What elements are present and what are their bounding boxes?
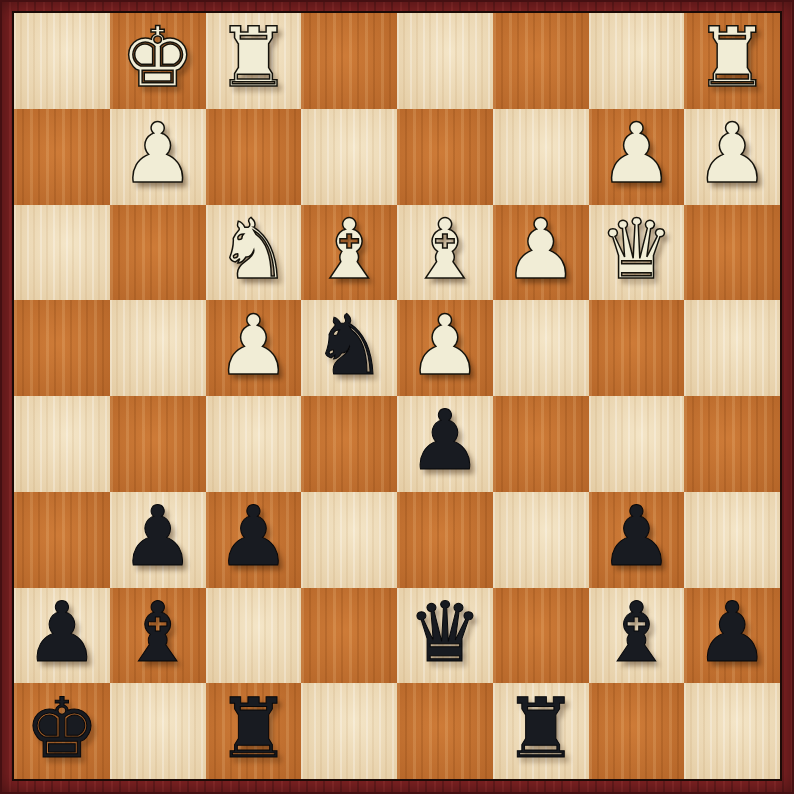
white-pawn[interactable]: ♟ — [120, 112, 194, 195]
square-c3[interactable]: ♟ — [493, 205, 589, 301]
square-f8[interactable]: ♜ — [206, 683, 302, 779]
black-bishop[interactable]: ♝ — [120, 591, 194, 674]
black-rook[interactable]: ♜ — [216, 687, 290, 770]
white-bishop[interactable]: ♝ — [312, 208, 386, 291]
square-c6[interactable] — [493, 492, 589, 588]
square-a5[interactable] — [684, 396, 780, 492]
square-b7[interactable]: ♝ — [589, 588, 685, 684]
square-a8[interactable] — [684, 683, 780, 779]
square-a6[interactable] — [684, 492, 780, 588]
square-d6[interactable] — [397, 492, 493, 588]
white-rook[interactable]: ♜ — [695, 16, 769, 99]
black-pawn[interactable]: ♟ — [25, 591, 99, 674]
square-h1[interactable] — [14, 13, 110, 109]
square-c4[interactable] — [493, 300, 589, 396]
square-g1[interactable]: ♚ — [110, 13, 206, 109]
square-f2[interactable] — [206, 109, 302, 205]
square-h8[interactable]: ♚ — [14, 683, 110, 779]
black-bishop[interactable]: ♝ — [599, 591, 673, 674]
square-g8[interactable] — [110, 683, 206, 779]
square-e2[interactable] — [301, 109, 397, 205]
square-e3[interactable]: ♝ — [301, 205, 397, 301]
square-f3[interactable]: ♞ — [206, 205, 302, 301]
chess-board-frame: ♚♜♜♟♟♟♞♝♝♟♛♟♞♟♟♟♟♟♟♝♛♝♟♚♜♜ — [0, 0, 794, 794]
white-pawn[interactable]: ♟ — [599, 112, 673, 195]
black-pawn[interactable]: ♟ — [408, 399, 482, 482]
black-pawn[interactable]: ♟ — [216, 495, 290, 578]
square-g6[interactable]: ♟ — [110, 492, 206, 588]
square-d2[interactable] — [397, 109, 493, 205]
white-pawn[interactable]: ♟ — [695, 112, 769, 195]
square-g4[interactable] — [110, 300, 206, 396]
chess-board: ♚♜♜♟♟♟♞♝♝♟♛♟♞♟♟♟♟♟♟♝♛♝♟♚♜♜ — [12, 11, 782, 781]
black-queen[interactable]: ♛ — [408, 591, 482, 674]
square-c7[interactable] — [493, 588, 589, 684]
square-c8[interactable]: ♜ — [493, 683, 589, 779]
square-a2[interactable]: ♟ — [684, 109, 780, 205]
square-d3[interactable]: ♝ — [397, 205, 493, 301]
white-knight[interactable]: ♞ — [216, 208, 290, 291]
square-g7[interactable]: ♝ — [110, 588, 206, 684]
white-pawn[interactable]: ♟ — [216, 304, 290, 387]
square-g3[interactable] — [110, 205, 206, 301]
square-a3[interactable] — [684, 205, 780, 301]
square-b4[interactable] — [589, 300, 685, 396]
square-c2[interactable] — [493, 109, 589, 205]
square-e6[interactable] — [301, 492, 397, 588]
white-king[interactable]: ♚ — [120, 16, 194, 99]
white-pawn[interactable]: ♟ — [408, 304, 482, 387]
square-e1[interactable] — [301, 13, 397, 109]
square-d8[interactable] — [397, 683, 493, 779]
black-pawn[interactable]: ♟ — [599, 495, 673, 578]
square-f7[interactable] — [206, 588, 302, 684]
square-b3[interactable]: ♛ — [589, 205, 685, 301]
square-h3[interactable] — [14, 205, 110, 301]
square-a1[interactable]: ♜ — [684, 13, 780, 109]
square-h2[interactable] — [14, 109, 110, 205]
square-a7[interactable]: ♟ — [684, 588, 780, 684]
square-e8[interactable] — [301, 683, 397, 779]
square-f1[interactable]: ♜ — [206, 13, 302, 109]
square-b8[interactable] — [589, 683, 685, 779]
black-pawn[interactable]: ♟ — [120, 495, 194, 578]
square-g5[interactable] — [110, 396, 206, 492]
square-h7[interactable]: ♟ — [14, 588, 110, 684]
black-pawn[interactable]: ♟ — [695, 591, 769, 674]
square-b6[interactable]: ♟ — [589, 492, 685, 588]
square-c1[interactable] — [493, 13, 589, 109]
white-bishop[interactable]: ♝ — [408, 208, 482, 291]
square-d5[interactable]: ♟ — [397, 396, 493, 492]
white-pawn[interactable]: ♟ — [503, 208, 577, 291]
square-h4[interactable] — [14, 300, 110, 396]
black-knight[interactable]: ♞ — [312, 304, 386, 387]
square-e7[interactable] — [301, 588, 397, 684]
square-d7[interactable]: ♛ — [397, 588, 493, 684]
square-f6[interactable]: ♟ — [206, 492, 302, 588]
black-rook[interactable]: ♜ — [503, 687, 577, 770]
black-king[interactable]: ♚ — [25, 687, 99, 770]
white-queen[interactable]: ♛ — [599, 208, 673, 291]
square-c5[interactable] — [493, 396, 589, 492]
square-h5[interactable] — [14, 396, 110, 492]
square-e5[interactable] — [301, 396, 397, 492]
square-e4[interactable]: ♞ — [301, 300, 397, 396]
square-b1[interactable] — [589, 13, 685, 109]
square-h6[interactable] — [14, 492, 110, 588]
square-d4[interactable]: ♟ — [397, 300, 493, 396]
square-f5[interactable] — [206, 396, 302, 492]
white-rook[interactable]: ♜ — [216, 16, 290, 99]
square-a4[interactable] — [684, 300, 780, 396]
square-f4[interactable]: ♟ — [206, 300, 302, 396]
square-g2[interactable]: ♟ — [110, 109, 206, 205]
square-b5[interactable] — [589, 396, 685, 492]
square-d1[interactable] — [397, 13, 493, 109]
square-b2[interactable]: ♟ — [589, 109, 685, 205]
